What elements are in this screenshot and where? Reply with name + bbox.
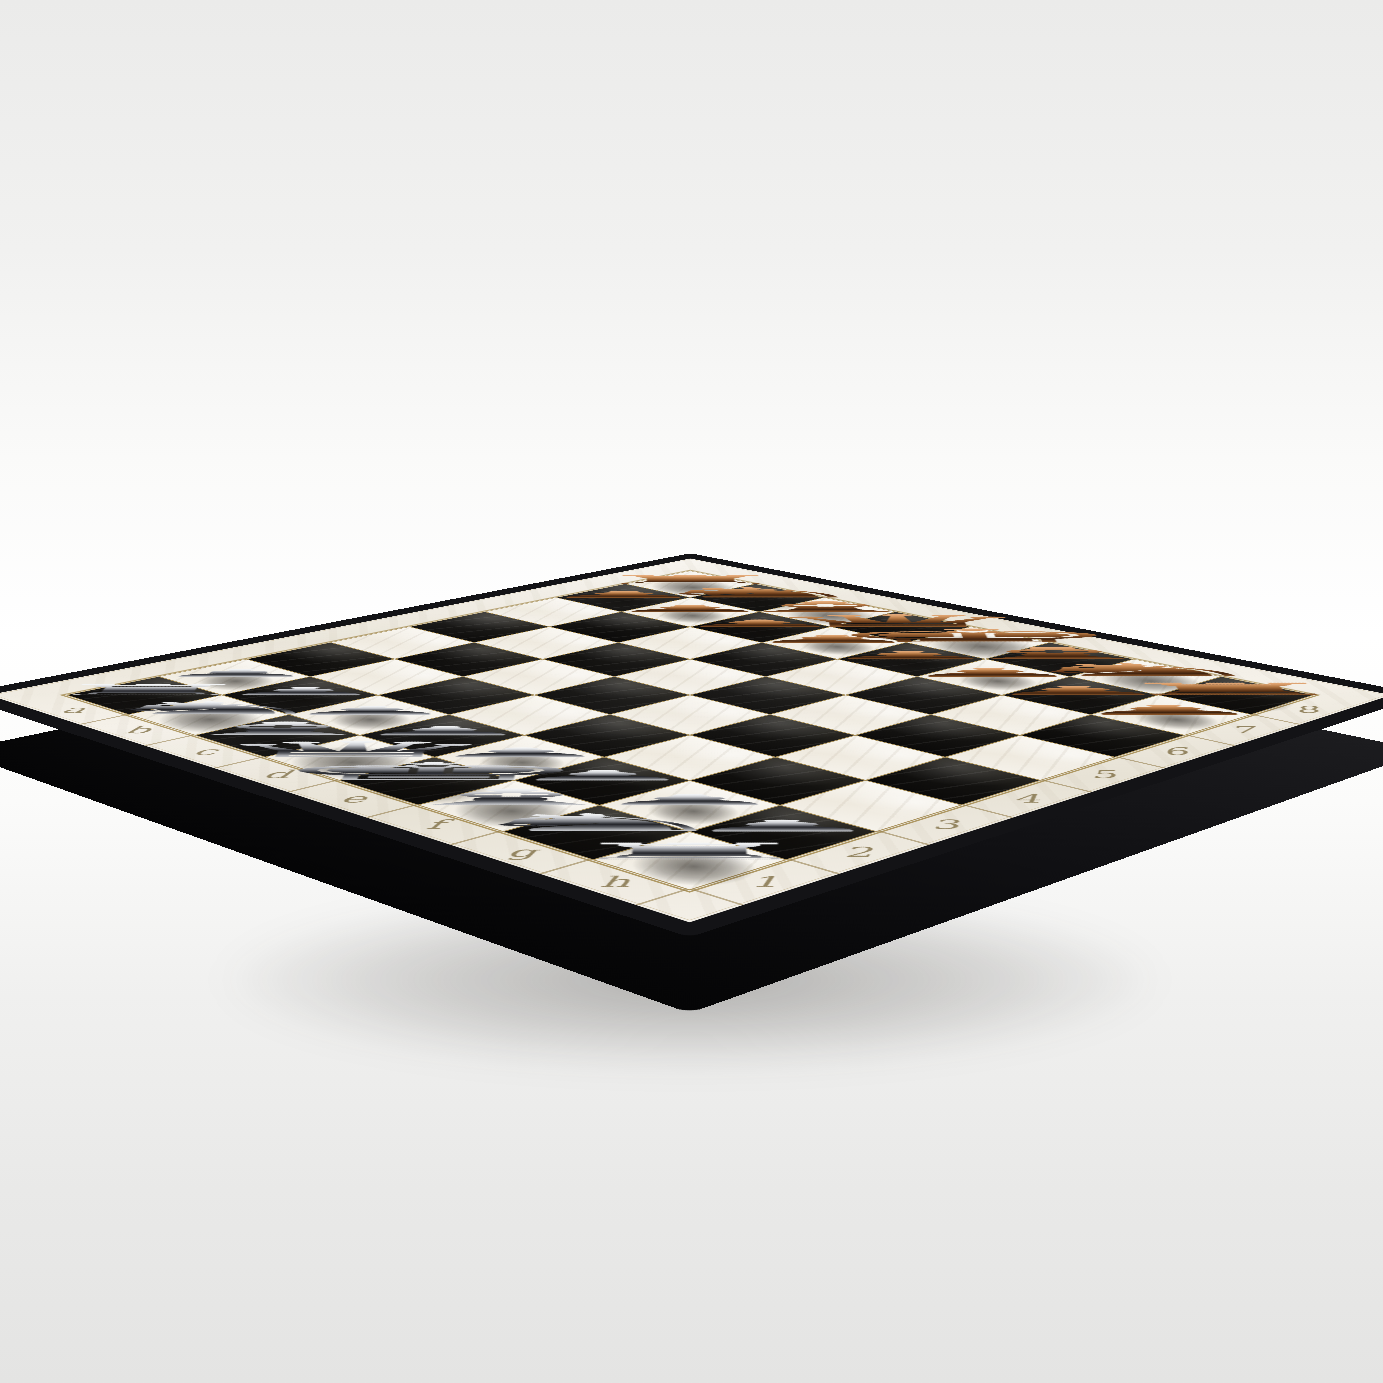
chess-scene: abcdefgh12345678 ♜♞♝♛♚♝♞♜♟♟♟♟♟♟♟♟♟♟♟♟♟♟♟…: [0, 0, 1383, 1383]
studio-background: abcdefgh12345678 ♜♞♝♛♚♝♞♜♟♟♟♟♟♟♟♟♟♟♟♟♟♟♟…: [0, 0, 1383, 1383]
chess-board: abcdefgh12345678 ♜♞♝♛♚♝♞♜♟♟♟♟♟♟♟♟♟♟♟♟♟♟♟…: [0, 553, 1383, 937]
